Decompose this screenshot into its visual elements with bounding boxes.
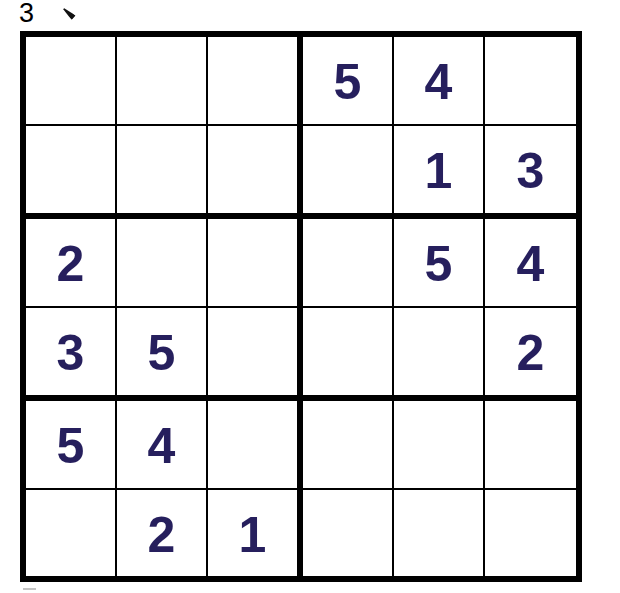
cell-r5c1: 5 [26, 401, 117, 490]
ideographic-comma [61, 6, 76, 20]
cell-r4c3 [208, 308, 303, 401]
cell-r4c4 [303, 308, 394, 401]
cell-r2c1 [26, 126, 117, 219]
cell-r1c5: 4 [394, 37, 485, 126]
cell-r4c1: 3 [26, 308, 117, 401]
cell-r2c5: 1 [394, 126, 485, 219]
puzzle-number: 3 [19, 0, 35, 28]
cell-r3c5: 5 [394, 219, 485, 308]
cell-r3c3 [208, 219, 303, 308]
cropped-next-label-fragment [23, 588, 36, 590]
cell-r3c2 [117, 219, 208, 308]
cell-r4c2: 5 [117, 308, 208, 401]
puzzle-number-label: 3 [19, 0, 35, 28]
cell-r6c5 [394, 490, 485, 576]
cell-r1c1 [26, 37, 117, 126]
cell-r2c4 [303, 126, 394, 219]
cell-r5c4 [303, 401, 394, 490]
cell-r5c6 [485, 401, 576, 490]
sudoku-board: 54132543525421 [20, 31, 582, 582]
cell-r6c6 [485, 490, 576, 576]
cell-r4c5 [394, 308, 485, 401]
cell-r3c4 [303, 219, 394, 308]
cell-r6c4 [303, 490, 394, 576]
cell-r6c3: 1 [208, 490, 303, 576]
cell-r2c2 [117, 126, 208, 219]
cell-r6c2: 2 [117, 490, 208, 576]
cell-r3c1: 2 [26, 219, 117, 308]
cell-r1c4: 5 [303, 37, 394, 126]
cell-r2c3 [208, 126, 303, 219]
cell-r3c6: 4 [485, 219, 576, 308]
cell-r5c2: 4 [117, 401, 208, 490]
cell-r4c6: 2 [485, 308, 576, 401]
cell-r1c2 [117, 37, 208, 126]
cell-r5c3 [208, 401, 303, 490]
cell-r1c6 [485, 37, 576, 126]
cell-r1c3 [208, 37, 303, 126]
page: 3 54132543525421 [0, 0, 620, 593]
cell-r6c1 [26, 490, 117, 576]
cell-r2c6: 3 [485, 126, 576, 219]
cell-r5c5 [394, 401, 485, 490]
